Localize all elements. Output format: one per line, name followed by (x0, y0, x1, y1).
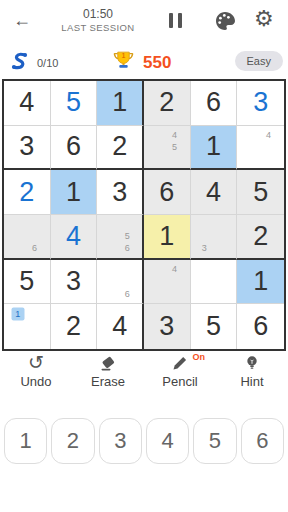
pencil-icon (170, 353, 190, 372)
cell-value: 4 (112, 311, 127, 342)
cell-r3c2[interactable]: 1 (51, 170, 98, 215)
pencil-note-6: 6 (32, 242, 37, 255)
erase-button[interactable]: Erase (80, 353, 136, 397)
cell-value: 3 (159, 311, 174, 342)
cell-r6c6[interactable]: 6 (237, 304, 284, 349)
cell-r1c4[interactable]: 2 (144, 81, 191, 126)
cell-value: 3 (66, 266, 81, 297)
undo-button[interactable]: ↺ Undo (8, 353, 64, 397)
pencil-note-4: 4 (172, 263, 177, 276)
cell-r5c2[interactable]: 3 (51, 260, 98, 305)
last-session-label: LAST SESSION (61, 22, 134, 33)
sudoku-grid: 4512633624514213645645613253641124356 (2, 79, 286, 351)
svg-text:1: 1 (122, 52, 126, 59)
pencil-note-3: 3 (202, 242, 207, 255)
numpad-key-3[interactable]: 3 (99, 418, 142, 464)
cell-value: 1 (206, 131, 221, 162)
mistakes-snake-icon (8, 51, 29, 76)
cell-r1c3[interactable]: 1 (97, 81, 144, 126)
hint-label: Hint (240, 374, 263, 389)
numpad-key-4[interactable]: 4 (146, 418, 189, 464)
cell-value: 2 (19, 177, 34, 208)
cell-r1c6[interactable]: 3 (237, 81, 284, 126)
numpad-key-6[interactable]: 6 (241, 418, 284, 464)
cell-value: 4 (206, 177, 221, 208)
cell-r3c5[interactable]: 4 (191, 170, 238, 215)
pencil-note-5: 5 (172, 140, 177, 153)
pause-button[interactable] (169, 13, 182, 28)
cell-value: 6 (206, 87, 221, 118)
toolbar: ↺ Undo Erase On Pencil (0, 353, 288, 397)
score-value: 550 (143, 53, 171, 73)
cell-value: 6 (253, 311, 268, 342)
cell-value: 6 (66, 131, 81, 162)
cell-r4c5[interactable]: 3 (191, 215, 238, 260)
cell-r4c4[interactable]: 1 (144, 215, 191, 260)
cell-value: 3 (112, 177, 127, 208)
difficulty-badge[interactable]: Easy (235, 51, 283, 71)
cell-value: 1 (253, 266, 268, 297)
cell-r2c3[interactable]: 2 (97, 126, 144, 171)
trophy-icon: 1 (112, 49, 135, 76)
pencil-label: Pencil (162, 374, 197, 389)
cell-value: 5 (253, 177, 268, 208)
cell-r6c3[interactable]: 4 (97, 304, 144, 349)
cell-r3c3[interactable]: 3 (97, 170, 144, 215)
pencil-note-6: 6 (125, 287, 130, 300)
cell-r2c4[interactable]: 45 (144, 126, 191, 171)
cell-r3c4[interactable]: 6 (144, 170, 191, 215)
numpad-key-1[interactable]: 1 (4, 418, 47, 464)
cell-r4c6[interactable]: 2 (237, 215, 284, 260)
timer-text: 01:50 (61, 7, 134, 21)
cell-r6c5[interactable]: 5 (191, 304, 238, 349)
pencil-on-badge: On (193, 352, 206, 362)
cell-value: 6 (159, 177, 174, 208)
lightbulb-icon (242, 353, 262, 372)
cell-r1c5[interactable]: 6 (191, 81, 238, 126)
cell-value: 1 (66, 177, 81, 208)
cell-value: 2 (253, 221, 268, 252)
cell-r3c6[interactable]: 5 (237, 170, 284, 215)
cell-r5c4[interactable]: 4 (144, 260, 191, 305)
cell-r5c3[interactable]: 6 (97, 260, 144, 305)
numpad-key-5[interactable]: 5 (193, 418, 236, 464)
erase-label: Erase (91, 374, 125, 389)
cell-r1c2[interactable]: 5 (51, 81, 98, 126)
cell-r2c2[interactable]: 6 (51, 126, 98, 171)
cell-r5c1[interactable]: 5 (4, 260, 51, 305)
cell-value: 3 (19, 131, 34, 162)
cell-r6c4[interactable]: 3 (144, 304, 191, 349)
hint-button[interactable]: Hint (224, 353, 280, 397)
cell-value: 3 (253, 87, 268, 118)
cell-r4c1[interactable]: 6 (4, 215, 51, 260)
cell-value: 2 (66, 311, 81, 342)
undo-label: Undo (20, 374, 51, 389)
numpad-key-2[interactable]: 2 (51, 418, 94, 464)
cell-value: 5 (19, 266, 34, 297)
pencil-note-4: 4 (266, 129, 271, 142)
palette-icon[interactable] (214, 10, 236, 36)
undo-icon: ↺ (28, 353, 44, 372)
cell-value: 1 (112, 87, 127, 118)
cell-r5c5[interactable] (191, 260, 238, 305)
pencil-note-1: 1 (11, 308, 24, 321)
cell-r2c1[interactable]: 3 (4, 126, 51, 171)
cell-value: 4 (19, 87, 34, 118)
cell-r1c1[interactable]: 4 (4, 81, 51, 126)
cell-value: 2 (112, 131, 127, 162)
cell-r6c1[interactable]: 1 (4, 304, 51, 349)
back-arrow-icon[interactable]: ← (13, 10, 31, 30)
cell-r4c3[interactable]: 56 (97, 215, 144, 260)
progress-counter: 0/10 (37, 57, 58, 69)
cell-r6c2[interactable]: 2 (51, 304, 98, 349)
cell-value: 1 (159, 221, 174, 252)
settings-gear-icon[interactable]: ⚙ (254, 7, 274, 31)
cell-value: 4 (66, 221, 81, 252)
pencil-note-6: 6 (125, 242, 130, 255)
cell-value: 5 (66, 87, 81, 118)
cell-r5c6[interactable]: 1 (237, 260, 284, 305)
cell-r4c2[interactable]: 4 (51, 215, 98, 260)
pencil-button[interactable]: On Pencil (152, 353, 208, 397)
app-header: ← 01:50 LAST SESSION ⚙ (0, 0, 288, 44)
cell-value: 2 (159, 87, 174, 118)
cell-value: 5 (206, 311, 221, 342)
timer-block: 01:50 LAST SESSION (61, 7, 134, 33)
numpad: 123456 (0, 418, 288, 464)
eraser-icon (98, 353, 118, 372)
cell-r3c1[interactable]: 2 (4, 170, 51, 215)
stats-bar: 0/10 1 550 Easy (0, 44, 288, 79)
cell-r2c6[interactable]: 4 (237, 126, 284, 171)
cell-r2c5[interactable]: 1 (191, 126, 238, 171)
